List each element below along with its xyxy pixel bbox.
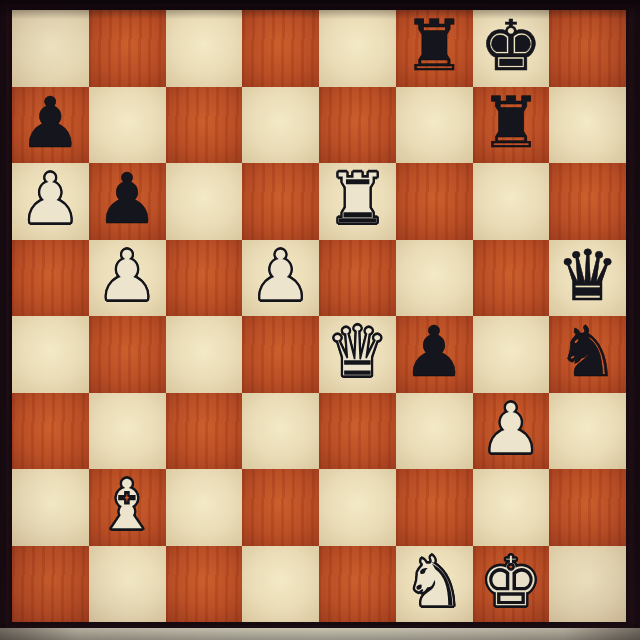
square-f5[interactable] <box>396 240 473 317</box>
square-h5[interactable]: ♛ <box>549 240 626 317</box>
square-g4[interactable] <box>473 316 550 393</box>
black-pawn-piece: ♟ <box>403 314 466 390</box>
white-bishop-piece: ♝ <box>96 467 159 543</box>
square-e8[interactable] <box>319 10 396 87</box>
square-f1[interactable]: ♞ <box>396 546 473 623</box>
square-d2[interactable] <box>242 469 319 546</box>
square-b6[interactable]: ♟ <box>89 163 166 240</box>
square-b8[interactable] <box>89 10 166 87</box>
black-pawn-piece: ♟ <box>96 161 159 237</box>
square-f2[interactable] <box>396 469 473 546</box>
square-g7[interactable]: ♜ <box>473 87 550 164</box>
black-knight-piece: ♞ <box>556 314 619 390</box>
square-c6[interactable] <box>166 163 243 240</box>
square-f6[interactable] <box>396 163 473 240</box>
square-a2[interactable] <box>12 469 89 546</box>
square-c1[interactable] <box>166 546 243 623</box>
square-a4[interactable] <box>12 316 89 393</box>
square-f3[interactable] <box>396 393 473 470</box>
black-rook-piece: ♜ <box>403 8 466 84</box>
square-c2[interactable] <box>166 469 243 546</box>
black-queen-piece: ♛ <box>556 238 619 314</box>
square-g3[interactable]: ♟ <box>473 393 550 470</box>
square-g8[interactable]: ♚ <box>473 10 550 87</box>
square-b2[interactable]: ♝ <box>89 469 166 546</box>
black-pawn-piece: ♟ <box>19 85 82 161</box>
square-c5[interactable] <box>166 240 243 317</box>
square-e7[interactable] <box>319 87 396 164</box>
square-e5[interactable] <box>319 240 396 317</box>
square-b3[interactable] <box>89 393 166 470</box>
square-g5[interactable] <box>473 240 550 317</box>
white-pawn-piece: ♟ <box>19 161 82 237</box>
white-pawn-piece: ♟ <box>479 391 542 467</box>
square-h8[interactable] <box>549 10 626 87</box>
square-b5[interactable]: ♟ <box>89 240 166 317</box>
square-e6[interactable]: ♜ <box>319 163 396 240</box>
square-d7[interactable] <box>242 87 319 164</box>
square-c8[interactable] <box>166 10 243 87</box>
white-pawn-piece: ♟ <box>249 238 312 314</box>
square-d4[interactable] <box>242 316 319 393</box>
square-d5[interactable]: ♟ <box>242 240 319 317</box>
square-a5[interactable] <box>12 240 89 317</box>
square-d6[interactable] <box>242 163 319 240</box>
square-h2[interactable] <box>549 469 626 546</box>
square-a7[interactable]: ♟ <box>12 87 89 164</box>
black-king-piece: ♚ <box>479 8 542 84</box>
square-e2[interactable] <box>319 469 396 546</box>
square-h4[interactable]: ♞ <box>549 316 626 393</box>
white-knight-piece: ♞ <box>403 544 466 620</box>
square-c3[interactable] <box>166 393 243 470</box>
square-b1[interactable] <box>89 546 166 623</box>
white-rook-piece: ♜ <box>326 161 389 237</box>
square-h1[interactable] <box>549 546 626 623</box>
square-f8[interactable]: ♜ <box>396 10 473 87</box>
square-g2[interactable] <box>473 469 550 546</box>
white-pawn-piece: ♟ <box>96 238 159 314</box>
square-h3[interactable] <box>549 393 626 470</box>
white-king-piece: ♚ <box>479 544 542 620</box>
white-queen-piece: ♛ <box>326 314 389 390</box>
black-rook-piece: ♜ <box>479 85 542 161</box>
square-d8[interactable] <box>242 10 319 87</box>
square-d1[interactable] <box>242 546 319 623</box>
square-f7[interactable] <box>396 87 473 164</box>
square-b7[interactable] <box>89 87 166 164</box>
square-c4[interactable] <box>166 316 243 393</box>
square-a8[interactable] <box>12 10 89 87</box>
square-a3[interactable] <box>12 393 89 470</box>
square-h7[interactable] <box>549 87 626 164</box>
square-a6[interactable]: ♟ <box>12 163 89 240</box>
square-g1[interactable]: ♚ <box>473 546 550 623</box>
square-e1[interactable] <box>319 546 396 623</box>
square-g6[interactable] <box>473 163 550 240</box>
chess-photo-scene: ♜♚♟♜♟♟♜♟♟♛♛♟♞♟♝♞♚ <box>0 0 640 640</box>
square-e4[interactable]: ♛ <box>319 316 396 393</box>
square-a1[interactable] <box>12 546 89 623</box>
table-surface <box>0 628 640 640</box>
square-c7[interactable] <box>166 87 243 164</box>
square-h6[interactable] <box>549 163 626 240</box>
square-e3[interactable] <box>319 393 396 470</box>
square-d3[interactable] <box>242 393 319 470</box>
square-b4[interactable] <box>89 316 166 393</box>
square-f4[interactable]: ♟ <box>396 316 473 393</box>
chess-board: ♜♚♟♜♟♟♜♟♟♛♛♟♞♟♝♞♚ <box>12 10 626 622</box>
